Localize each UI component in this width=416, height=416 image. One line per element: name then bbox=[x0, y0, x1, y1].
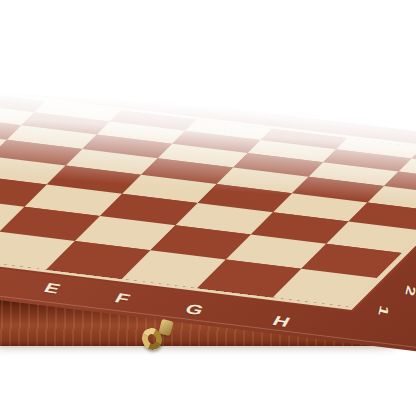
piece-shadow bbox=[0, 337, 60, 349]
white-knight: ♞ bbox=[188, 148, 280, 314]
chess-set-photo: E F G H 1 2 ♜♟♞♟♝♟♛♟♚♟♝♟♜♟♛♟♚♟♝♟♞♟♜♟ bbox=[0, 0, 416, 416]
green-felt-base bbox=[0, 316, 50, 323]
green-felt-base bbox=[0, 363, 21, 368]
piece-shadow bbox=[0, 323, 34, 332]
piece-shadow bbox=[0, 355, 29, 363]
white-pawn: ♟ bbox=[388, 159, 416, 228]
white-rook: ♜ bbox=[284, 183, 363, 325]
pieces-layer: ♜♟♞♟♝♟♛♟♚♟♝♟♜♟♛♟♚♟♝♟♞♟♜♟ bbox=[0, 0, 416, 416]
